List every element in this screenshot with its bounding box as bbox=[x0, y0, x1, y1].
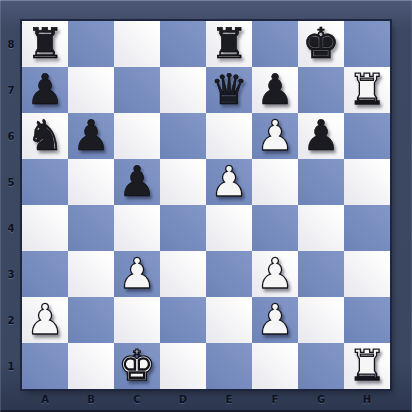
square-g8[interactable]: ♚ bbox=[298, 21, 344, 67]
file-label-c: C bbox=[114, 388, 160, 408]
square-c7[interactable] bbox=[114, 67, 160, 113]
file-label-a: A bbox=[22, 388, 68, 408]
square-e7[interactable]: ♛ bbox=[206, 67, 252, 113]
rank-label-3: 3 bbox=[0, 251, 22, 297]
rank-label-6: 6 bbox=[0, 113, 22, 159]
square-b1[interactable] bbox=[68, 343, 114, 389]
square-d1[interactable] bbox=[160, 343, 206, 389]
white-rook[interactable]: ♜ bbox=[348, 67, 386, 113]
square-f2[interactable]: ♟ bbox=[252, 297, 298, 343]
square-b4[interactable] bbox=[68, 205, 114, 251]
square-h7[interactable]: ♜ bbox=[344, 67, 390, 113]
file-label-g: G bbox=[298, 388, 344, 408]
square-d6[interactable] bbox=[160, 113, 206, 159]
black-queen[interactable]: ♛ bbox=[210, 67, 248, 113]
black-king[interactable]: ♚ bbox=[302, 21, 340, 67]
square-e5[interactable]: ♟ bbox=[206, 159, 252, 205]
rank-label-4: 4 bbox=[0, 205, 22, 251]
white-pawn[interactable]: ♟ bbox=[256, 113, 294, 159]
square-d3[interactable] bbox=[160, 251, 206, 297]
black-pawn[interactable]: ♟ bbox=[26, 67, 64, 113]
square-a1[interactable] bbox=[22, 343, 68, 389]
rank-label-1: 1 bbox=[0, 343, 22, 389]
black-rook[interactable]: ♜ bbox=[26, 21, 64, 67]
square-h3[interactable] bbox=[344, 251, 390, 297]
square-d8[interactable] bbox=[160, 21, 206, 67]
square-f8[interactable] bbox=[252, 21, 298, 67]
square-f5[interactable] bbox=[252, 159, 298, 205]
square-c8[interactable] bbox=[114, 21, 160, 67]
white-pawn[interactable]: ♟ bbox=[256, 251, 294, 297]
square-b2[interactable] bbox=[68, 297, 114, 343]
square-h1[interactable]: ♜ bbox=[344, 343, 390, 389]
rank-labels: 87654321 bbox=[0, 21, 22, 389]
white-pawn[interactable]: ♟ bbox=[210, 159, 248, 205]
square-a2[interactable]: ♟ bbox=[22, 297, 68, 343]
black-rook[interactable]: ♜ bbox=[210, 21, 248, 67]
black-pawn[interactable]: ♟ bbox=[72, 113, 110, 159]
square-f4[interactable] bbox=[252, 205, 298, 251]
square-c6[interactable] bbox=[114, 113, 160, 159]
file-labels: ABCDEFGH bbox=[22, 388, 390, 408]
square-c5[interactable]: ♟ bbox=[114, 159, 160, 205]
file-label-e: E bbox=[206, 388, 252, 408]
file-label-b: B bbox=[68, 388, 114, 408]
square-f6[interactable]: ♟ bbox=[252, 113, 298, 159]
square-e6[interactable] bbox=[206, 113, 252, 159]
square-f1[interactable] bbox=[252, 343, 298, 389]
square-g7[interactable] bbox=[298, 67, 344, 113]
square-e1[interactable] bbox=[206, 343, 252, 389]
square-a5[interactable] bbox=[22, 159, 68, 205]
chess-board-frame: 87654321 ♜♜♚♟♛♟♜♞♟♟♟♟♟♟♟♟♟♚♜ ABCDEFGH bbox=[0, 0, 412, 412]
square-e3[interactable] bbox=[206, 251, 252, 297]
square-b7[interactable] bbox=[68, 67, 114, 113]
square-a4[interactable] bbox=[22, 205, 68, 251]
black-pawn[interactable]: ♟ bbox=[302, 113, 340, 159]
square-e8[interactable]: ♜ bbox=[206, 21, 252, 67]
chess-board: ♜♜♚♟♛♟♜♞♟♟♟♟♟♟♟♟♟♚♜ bbox=[22, 21, 390, 389]
square-b3[interactable] bbox=[68, 251, 114, 297]
rank-label-5: 5 bbox=[0, 159, 22, 205]
square-c1[interactable]: ♚ bbox=[114, 343, 160, 389]
square-h2[interactable] bbox=[344, 297, 390, 343]
square-f3[interactable]: ♟ bbox=[252, 251, 298, 297]
black-knight[interactable]: ♞ bbox=[26, 113, 64, 159]
square-b8[interactable] bbox=[68, 21, 114, 67]
rank-label-2: 2 bbox=[0, 297, 22, 343]
square-a3[interactable] bbox=[22, 251, 68, 297]
square-h5[interactable] bbox=[344, 159, 390, 205]
rank-label-7: 7 bbox=[0, 67, 22, 113]
square-c2[interactable] bbox=[114, 297, 160, 343]
square-f7[interactable]: ♟ bbox=[252, 67, 298, 113]
square-c3[interactable]: ♟ bbox=[114, 251, 160, 297]
square-g1[interactable] bbox=[298, 343, 344, 389]
black-pawn[interactable]: ♟ bbox=[118, 159, 156, 205]
square-h4[interactable] bbox=[344, 205, 390, 251]
file-label-d: D bbox=[160, 388, 206, 408]
square-g2[interactable] bbox=[298, 297, 344, 343]
file-label-h: H bbox=[344, 388, 390, 408]
white-king[interactable]: ♚ bbox=[118, 343, 156, 389]
square-a7[interactable]: ♟ bbox=[22, 67, 68, 113]
square-a6[interactable]: ♞ bbox=[22, 113, 68, 159]
square-b5[interactable] bbox=[68, 159, 114, 205]
square-g6[interactable]: ♟ bbox=[298, 113, 344, 159]
square-d4[interactable] bbox=[160, 205, 206, 251]
white-pawn[interactable]: ♟ bbox=[118, 251, 156, 297]
square-a8[interactable]: ♜ bbox=[22, 21, 68, 67]
square-d5[interactable] bbox=[160, 159, 206, 205]
square-e2[interactable] bbox=[206, 297, 252, 343]
white-rook[interactable]: ♜ bbox=[348, 343, 386, 389]
square-g4[interactable] bbox=[298, 205, 344, 251]
white-pawn[interactable]: ♟ bbox=[256, 297, 294, 343]
square-d2[interactable] bbox=[160, 297, 206, 343]
black-pawn[interactable]: ♟ bbox=[256, 67, 294, 113]
rank-label-8: 8 bbox=[0, 21, 22, 67]
square-g5[interactable] bbox=[298, 159, 344, 205]
square-h8[interactable] bbox=[344, 21, 390, 67]
white-pawn[interactable]: ♟ bbox=[26, 297, 64, 343]
square-c4[interactable] bbox=[114, 205, 160, 251]
square-h6[interactable] bbox=[344, 113, 390, 159]
square-g3[interactable] bbox=[298, 251, 344, 297]
file-label-f: F bbox=[252, 388, 298, 408]
square-e4[interactable] bbox=[206, 205, 252, 251]
square-b6[interactable]: ♟ bbox=[68, 113, 114, 159]
square-d7[interactable] bbox=[160, 67, 206, 113]
